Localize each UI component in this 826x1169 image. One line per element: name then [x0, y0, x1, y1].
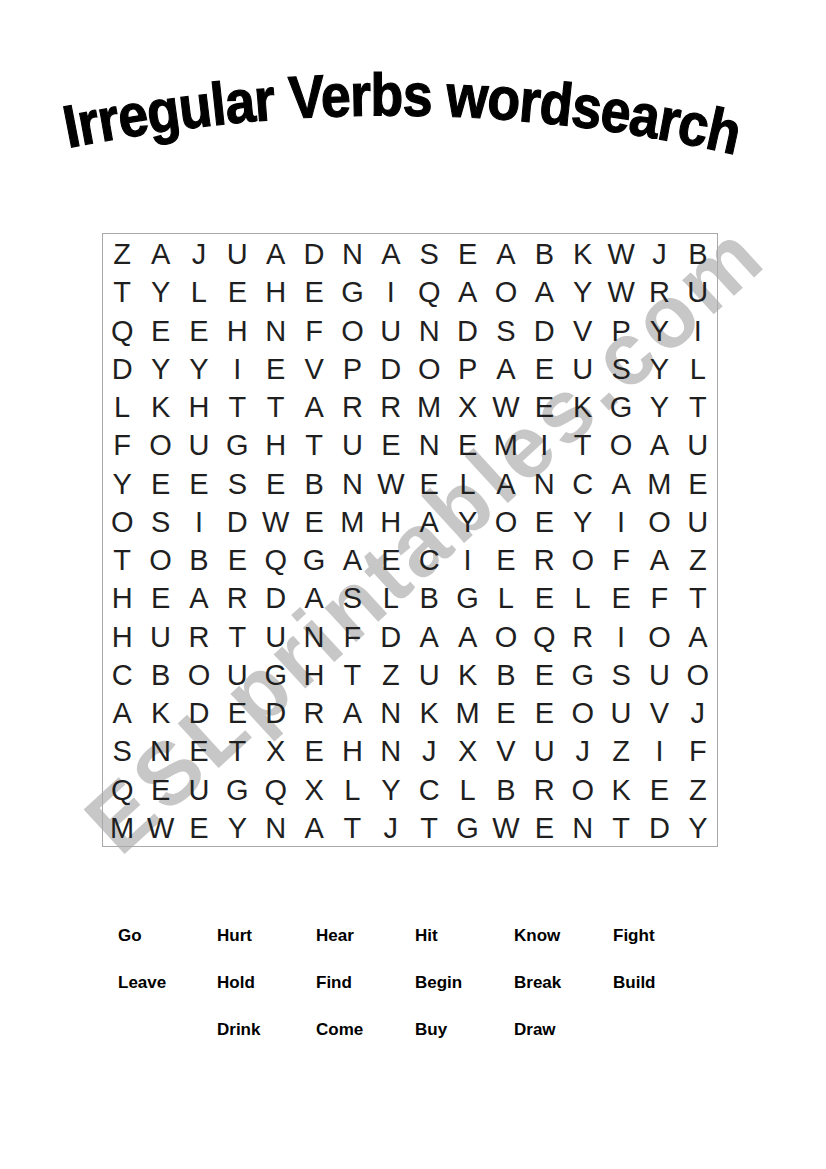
grid-cell-r2c12: A: [525, 272, 563, 310]
grid-cell-r6c8: E: [372, 425, 410, 463]
word-bank-item-go: Go: [118, 926, 217, 945]
grid-cell-r2c13: Y: [564, 272, 602, 310]
grid-cell-r5c5: T: [257, 387, 295, 425]
worksheet-page: Irregular Verbs wordsearch ESLprintables…: [0, 0, 826, 1169]
grid-cell-r1c13: K: [564, 234, 602, 272]
grid-cell-r13c14: U: [602, 693, 640, 731]
grid-cell-r13c4: E: [218, 693, 256, 731]
grid-cell-r3c2: E: [141, 311, 179, 349]
grid-cell-r13c13: O: [564, 693, 602, 731]
grid-cell-r15c11: B: [487, 770, 525, 808]
grid-cell-r9c1: T: [103, 540, 141, 578]
grid-cell-r11c13: R: [564, 617, 602, 655]
grid-cell-r8c4: D: [218, 502, 256, 540]
grid-cell-r15c8: Y: [372, 770, 410, 808]
grid-cell-r16c8: J: [372, 808, 410, 846]
grid-cell-r5c10: X: [448, 387, 486, 425]
grid-cell-r2c7: G: [333, 272, 371, 310]
grid-cell-r1c3: J: [180, 234, 218, 272]
grid-cell-r6c9: N: [410, 425, 448, 463]
grid-cell-r8c3: I: [180, 502, 218, 540]
grid-cell-r5c12: E: [525, 387, 563, 425]
grid-cell-r2c4: E: [218, 272, 256, 310]
grid-cell-r8c12: E: [525, 502, 563, 540]
grid-cell-r3c8: U: [372, 311, 410, 349]
grid-cell-r1c6: D: [295, 234, 333, 272]
word-bank-item-begin: Begin: [415, 973, 514, 992]
grid-cell-r4c15: Y: [640, 349, 678, 387]
grid-cell-r3c16: I: [679, 311, 717, 349]
grid-cell-r7c4: S: [218, 464, 256, 502]
grid-cell-r14c16: F: [679, 731, 717, 769]
grid-cell-r7c16: E: [679, 464, 717, 502]
grid-cell-r1c4: U: [218, 234, 256, 272]
grid-cell-r3c6: F: [295, 311, 333, 349]
grid-cell-r7c3: E: [180, 464, 218, 502]
grid-cell-r3c9: N: [410, 311, 448, 349]
grid-cell-r4c6: V: [295, 349, 333, 387]
grid-cell-r5c9: M: [410, 387, 448, 425]
grid-cell-r11c16: A: [679, 617, 717, 655]
grid-cell-r9c8: E: [372, 540, 410, 578]
grid-cell-r14c2: N: [141, 731, 179, 769]
grid-cell-r4c4: I: [218, 349, 256, 387]
grid-cell-r1c7: N: [333, 234, 371, 272]
word-bank-item-know: Know: [514, 926, 613, 945]
grid-cell-r8c15: O: [640, 502, 678, 540]
grid-cell-r5c6: A: [295, 387, 333, 425]
word-bank-empty: [118, 1020, 217, 1039]
grid-cell-r8c1: O: [103, 502, 141, 540]
grid-cell-r14c5: X: [257, 731, 295, 769]
word-bank: GoHurtHearHitKnowFightLeaveHoldFindBegin…: [118, 926, 718, 1039]
grid-cell-r15c3: U: [180, 770, 218, 808]
grid-cell-r2c1: T: [103, 272, 141, 310]
grid-cell-r4c5: E: [257, 349, 295, 387]
grid-cell-r10c1: H: [103, 578, 141, 616]
grid-cell-r14c8: N: [372, 731, 410, 769]
grid-cell-r2c14: W: [602, 272, 640, 310]
grid-cell-r16c6: A: [295, 808, 333, 846]
grid-cell-r8c16: U: [679, 502, 717, 540]
grid-cell-r6c7: U: [333, 425, 371, 463]
grid-cell-r14c11: V: [487, 731, 525, 769]
grid-cell-r8c6: E: [295, 502, 333, 540]
grid-cell-r14c7: H: [333, 731, 371, 769]
grid-cell-r15c6: X: [295, 770, 333, 808]
grid-cell-r12c4: U: [218, 655, 256, 693]
grid-cell-r3c13: V: [564, 311, 602, 349]
grid-cell-r6c13: T: [564, 425, 602, 463]
grid-cell-r15c14: K: [602, 770, 640, 808]
grid-cell-r11c6: N: [295, 617, 333, 655]
grid-cell-r11c5: U: [257, 617, 295, 655]
grid-cell-r16c1: M: [103, 808, 141, 846]
grid-cell-r8c14: I: [602, 502, 640, 540]
grid-cell-r8c11: O: [487, 502, 525, 540]
word-bank-item-find: Find: [316, 973, 415, 992]
grid-cell-r13c1: A: [103, 693, 141, 731]
grid-cell-r15c12: R: [525, 770, 563, 808]
grid-cell-r10c16: T: [679, 578, 717, 616]
page-title: Irregular Verbs wordsearch: [58, 61, 747, 167]
grid-cell-r15c7: L: [333, 770, 371, 808]
grid-cell-r7c2: E: [141, 464, 179, 502]
grid-cell-r5c3: H: [180, 387, 218, 425]
grid-cell-r10c8: L: [372, 578, 410, 616]
grid-cell-r13c10: M: [448, 693, 486, 731]
grid-cell-r3c7: O: [333, 311, 371, 349]
grid-cell-r13c15: V: [640, 693, 678, 731]
grid-cell-r14c14: Z: [602, 731, 640, 769]
grid-cell-r14c9: J: [410, 731, 448, 769]
grid-cell-r2c9: Q: [410, 272, 448, 310]
grid-cell-r15c2: E: [141, 770, 179, 808]
grid-cell-r15c4: G: [218, 770, 256, 808]
grid-cell-r10c12: E: [525, 578, 563, 616]
grid-cell-r5c8: R: [372, 387, 410, 425]
grid-cell-r4c8: D: [372, 349, 410, 387]
grid-cell-r4c9: O: [410, 349, 448, 387]
grid-cell-r16c7: T: [333, 808, 371, 846]
grid-cell-r9c7: A: [333, 540, 371, 578]
grid-cell-r15c13: O: [564, 770, 602, 808]
grid-cell-r10c13: L: [564, 578, 602, 616]
grid-cell-r7c12: N: [525, 464, 563, 502]
grid-cell-r12c16: O: [679, 655, 717, 693]
grid-cell-r6c14: O: [602, 425, 640, 463]
grid-cell-r10c10: G: [448, 578, 486, 616]
grid-cell-r2c15: R: [640, 272, 678, 310]
grid-cell-r13c8: N: [372, 693, 410, 731]
grid-cell-r13c6: R: [295, 693, 333, 731]
grid-cell-r12c11: B: [487, 655, 525, 693]
grid-cell-r9c12: R: [525, 540, 563, 578]
grid-cell-r10c3: A: [180, 578, 218, 616]
grid-cell-r8c2: S: [141, 502, 179, 540]
grid-cell-r7c9: E: [410, 464, 448, 502]
grid-cell-r5c15: Y: [640, 387, 678, 425]
grid-cell-r2c11: O: [487, 272, 525, 310]
grid-cell-r15c5: Q: [257, 770, 295, 808]
grid-cell-r11c10: A: [448, 617, 486, 655]
grid-cell-r8c8: H: [372, 502, 410, 540]
grid-cell-r10c2: E: [141, 578, 179, 616]
grid-cell-r4c10: P: [448, 349, 486, 387]
grid-cell-r8c7: M: [333, 502, 371, 540]
grid-cell-r8c9: A: [410, 502, 448, 540]
grid-cell-r7c14: A: [602, 464, 640, 502]
grid-cell-r3c12: D: [525, 311, 563, 349]
grid-cell-r6c6: T: [295, 425, 333, 463]
grid-cell-r3c10: D: [448, 311, 486, 349]
grid-cell-r9c14: F: [602, 540, 640, 578]
grid-cell-r4c11: A: [487, 349, 525, 387]
grid-cell-r12c5: G: [257, 655, 295, 693]
grid-cell-r6c11: M: [487, 425, 525, 463]
grid-cell-r2c6: E: [295, 272, 333, 310]
grid-cell-r16c13: N: [564, 808, 602, 846]
grid-cell-r15c15: E: [640, 770, 678, 808]
grid-cell-r5c13: K: [564, 387, 602, 425]
grid-cell-r14c10: X: [448, 731, 486, 769]
grid-cell-r10c6: A: [295, 578, 333, 616]
grid-cell-r3c14: P: [602, 311, 640, 349]
grid-cell-r2c3: L: [180, 272, 218, 310]
grid-cell-r3c15: Y: [640, 311, 678, 349]
grid-cell-r3c1: Q: [103, 311, 141, 349]
grid-cell-r9c2: O: [141, 540, 179, 578]
grid-cell-r11c11: O: [487, 617, 525, 655]
grid-cell-r16c3: E: [180, 808, 218, 846]
grid-cell-r13c7: A: [333, 693, 371, 731]
grid-cell-r11c2: U: [141, 617, 179, 655]
grid-cell-r7c5: E: [257, 464, 295, 502]
grid-cell-r10c4: R: [218, 578, 256, 616]
grid-cell-r12c13: G: [564, 655, 602, 693]
grid-cell-r10c14: E: [602, 578, 640, 616]
grid-cell-r16c14: T: [602, 808, 640, 846]
grid-cell-r9c11: E: [487, 540, 525, 578]
grid-cell-r10c11: L: [487, 578, 525, 616]
grid-cell-r13c12: E: [525, 693, 563, 731]
grid-cell-r4c3: Y: [180, 349, 218, 387]
grid-cell-r11c3: R: [180, 617, 218, 655]
grid-cell-r6c15: A: [640, 425, 678, 463]
grid-cell-r14c4: T: [218, 731, 256, 769]
grid-cell-r2c10: A: [448, 272, 486, 310]
grid-cell-r6c1: F: [103, 425, 141, 463]
grid-cell-r11c4: T: [218, 617, 256, 655]
grid-cell-r16c10: G: [448, 808, 486, 846]
word-bank-item-leave: Leave: [118, 973, 217, 992]
grid-cell-r7c7: N: [333, 464, 371, 502]
grid-cell-r6c3: U: [180, 425, 218, 463]
grid-cell-r2c5: H: [257, 272, 295, 310]
grid-cell-r12c8: Z: [372, 655, 410, 693]
grid-cell-r2c2: Y: [141, 272, 179, 310]
word-bank-item-come: Come: [316, 1020, 415, 1039]
grid-cell-r6c12: I: [525, 425, 563, 463]
grid-cell-r14c1: S: [103, 731, 141, 769]
grid-cell-r1c9: S: [410, 234, 448, 272]
title-wordart: Irregular Verbs wordsearch: [0, 0, 826, 220]
grid-cell-r1c14: W: [602, 234, 640, 272]
word-bank-item-fight: Fight: [613, 926, 712, 945]
word-bank-item-hit: Hit: [415, 926, 514, 945]
grid-cell-r14c6: E: [295, 731, 333, 769]
grid-cell-r13c16: J: [679, 693, 717, 731]
grid-cell-r11c8: D: [372, 617, 410, 655]
word-bank-empty: [613, 1020, 712, 1039]
grid-cell-r14c15: I: [640, 731, 678, 769]
grid-cell-r10c7: S: [333, 578, 371, 616]
grid-cell-r7c8: W: [372, 464, 410, 502]
grid-cell-r7c6: B: [295, 464, 333, 502]
grid-cell-r1c8: A: [372, 234, 410, 272]
grid-cell-r16c4: Y: [218, 808, 256, 846]
grid-cell-r12c2: B: [141, 655, 179, 693]
grid-cell-r13c5: D: [257, 693, 295, 731]
grid-cell-r16c12: E: [525, 808, 563, 846]
grid-cell-r7c15: M: [640, 464, 678, 502]
grid-cell-r4c14: S: [602, 349, 640, 387]
grid-cell-r9c9: C: [410, 540, 448, 578]
grid-cell-r6c16: U: [679, 425, 717, 463]
grid-cell-r3c3: E: [180, 311, 218, 349]
grid-cell-r9c5: Q: [257, 540, 295, 578]
word-bank-item-hold: Hold: [217, 973, 316, 992]
grid-cell-r16c11: W: [487, 808, 525, 846]
grid-cell-r10c15: F: [640, 578, 678, 616]
grid-cell-r9c6: G: [295, 540, 333, 578]
grid-cell-r12c9: U: [410, 655, 448, 693]
grid-cell-r7c1: Y: [103, 464, 141, 502]
grid-cell-r12c7: T: [333, 655, 371, 693]
word-bank-item-break: Break: [514, 973, 613, 992]
grid-cell-r5c14: G: [602, 387, 640, 425]
grid-cell-r15c9: C: [410, 770, 448, 808]
grid-cell-r6c2: O: [141, 425, 179, 463]
word-bank-item-buy: Buy: [415, 1020, 514, 1039]
grid-cell-r9c4: E: [218, 540, 256, 578]
grid-cell-r1c16: B: [679, 234, 717, 272]
grid-cell-r16c2: W: [141, 808, 179, 846]
grid-cell-r11c12: Q: [525, 617, 563, 655]
grid-cell-r12c12: E: [525, 655, 563, 693]
grid-cell-r12c10: K: [448, 655, 486, 693]
grid-cell-r9c10: I: [448, 540, 486, 578]
grid-cell-r11c1: H: [103, 617, 141, 655]
grid-cell-r15c1: Q: [103, 770, 141, 808]
grid-cell-r9c16: Z: [679, 540, 717, 578]
grid-cell-r8c5: W: [257, 502, 295, 540]
grid-cell-r3c4: H: [218, 311, 256, 349]
grid-cell-r14c3: E: [180, 731, 218, 769]
grid-cell-r1c10: E: [448, 234, 486, 272]
grid-cell-r14c13: J: [564, 731, 602, 769]
word-bank-item-build: Build: [613, 973, 712, 992]
grid-cell-r7c10: L: [448, 464, 486, 502]
grid-cell-r5c1: L: [103, 387, 141, 425]
grid-cell-r9c15: A: [640, 540, 678, 578]
grid-cell-r11c7: F: [333, 617, 371, 655]
grid-cell-r3c11: S: [487, 311, 525, 349]
grid-cell-r11c9: A: [410, 617, 448, 655]
grid-cell-r16c9: T: [410, 808, 448, 846]
grid-cell-r13c11: E: [487, 693, 525, 731]
grid-cell-r4c7: P: [333, 349, 371, 387]
word-bank-item-draw: Draw: [514, 1020, 613, 1039]
grid-cell-r8c10: Y: [448, 502, 486, 540]
grid-cell-r12c15: U: [640, 655, 678, 693]
wordsearch-grid: ZAJUADNASEABKWJBTYLEHEGIQAOAYWRUQEEHNFOU…: [102, 233, 718, 847]
grid-cell-r1c2: A: [141, 234, 179, 272]
grid-cell-r1c11: A: [487, 234, 525, 272]
grid-cell-r6c4: G: [218, 425, 256, 463]
grid-cell-r1c12: B: [525, 234, 563, 272]
grid-cell-r12c6: H: [295, 655, 333, 693]
grid-cell-r2c16: U: [679, 272, 717, 310]
word-bank-item-drink: Drink: [217, 1020, 316, 1039]
word-bank-item-hear: Hear: [316, 926, 415, 945]
grid-cell-r15c10: L: [448, 770, 486, 808]
grid-cell-r8c13: Y: [564, 502, 602, 540]
grid-cell-r1c1: Z: [103, 234, 141, 272]
grid-cell-r3c5: N: [257, 311, 295, 349]
grid-cell-r4c2: Y: [141, 349, 179, 387]
grid-cell-r10c5: D: [257, 578, 295, 616]
grid-cell-r9c3: B: [180, 540, 218, 578]
grid-cell-r12c14: S: [602, 655, 640, 693]
grid-cell-r6c5: H: [257, 425, 295, 463]
grid-cell-r2c8: I: [372, 272, 410, 310]
grid-cell-r4c1: D: [103, 349, 141, 387]
grid-cell-r5c2: K: [141, 387, 179, 425]
grid-cell-r7c13: C: [564, 464, 602, 502]
grid-cell-r16c15: D: [640, 808, 678, 846]
grid-cell-r11c15: O: [640, 617, 678, 655]
grid-cell-r12c3: O: [180, 655, 218, 693]
grid-cell-r6c10: E: [448, 425, 486, 463]
grid-cell-r16c16: Y: [679, 808, 717, 846]
grid-cell-r7c11: A: [487, 464, 525, 502]
grid-cell-r1c5: A: [257, 234, 295, 272]
grid-cell-r13c3: D: [180, 693, 218, 731]
grid-cell-r5c16: T: [679, 387, 717, 425]
grid-cell-r5c4: T: [218, 387, 256, 425]
grid-cell-r15c16: Z: [679, 770, 717, 808]
grid-cell-r5c11: W: [487, 387, 525, 425]
grid-cell-r14c12: U: [525, 731, 563, 769]
grid-cell-r9c13: O: [564, 540, 602, 578]
grid-cell-r4c12: E: [525, 349, 563, 387]
grid-cell-r1c15: J: [640, 234, 678, 272]
grid-cell-r10c9: B: [410, 578, 448, 616]
grid-cell-r4c13: U: [564, 349, 602, 387]
grid-cell-r5c7: R: [333, 387, 371, 425]
word-bank-item-hurt: Hurt: [217, 926, 316, 945]
grid-cell-r4c16: L: [679, 349, 717, 387]
grid-cell-r12c1: C: [103, 655, 141, 693]
svg-text:Irregular Verbs wordsearch: Irregular Verbs wordsearch: [58, 61, 747, 167]
grid-cell-r13c9: K: [410, 693, 448, 731]
grid-cell-r11c14: I: [602, 617, 640, 655]
grid-cell-r13c2: K: [141, 693, 179, 731]
grid-cell-r16c5: N: [257, 808, 295, 846]
